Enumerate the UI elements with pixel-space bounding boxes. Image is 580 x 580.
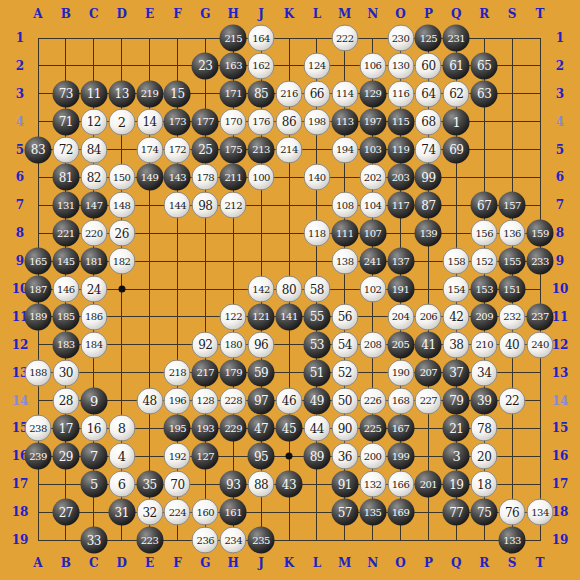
stone-G2[interactable]: 23 <box>192 52 219 79</box>
stone-H17[interactable]: 93 <box>220 471 247 498</box>
move-number: 174 <box>141 145 159 155</box>
stone-H13[interactable]: 179 <box>220 359 247 386</box>
stone-O11[interactable]: 204 <box>387 303 414 330</box>
stone-M13[interactable]: 52 <box>331 359 358 386</box>
stone-M12[interactable]: 54 <box>331 331 358 358</box>
stone-L4[interactable]: 198 <box>303 108 330 135</box>
move-number: 177 <box>197 117 215 127</box>
stone-P3[interactable]: 64 <box>415 80 442 107</box>
stone-P13[interactable]: 207 <box>415 359 442 386</box>
stone-O18[interactable]: 169 <box>387 499 414 526</box>
stone-H15[interactable]: 229 <box>220 415 247 442</box>
stone-S10[interactable]: 151 <box>499 276 526 303</box>
row-label-17-left: 17 <box>12 477 29 491</box>
stone-B14[interactable]: 28 <box>52 387 79 414</box>
row-label-9-left: 9 <box>16 254 24 268</box>
stone-A15[interactable]: 238 <box>25 415 52 442</box>
move-number: 184 <box>85 340 103 350</box>
col-label-P-bottom: P <box>424 556 433 570</box>
stone-C19[interactable]: 33 <box>80 527 107 554</box>
stone-D6[interactable]: 150 <box>108 164 135 191</box>
stone-A10[interactable]: 187 <box>25 276 52 303</box>
stone-D9[interactable]: 182 <box>108 248 135 275</box>
move-number: 151 <box>503 284 521 294</box>
stone-O17[interactable]: 166 <box>387 471 414 498</box>
stone-K14[interactable]: 46 <box>276 387 303 414</box>
stone-E6[interactable]: 149 <box>136 164 163 191</box>
col-label-M-top: M <box>338 7 351 21</box>
stone-O7[interactable]: 117 <box>387 192 414 219</box>
stone-B9[interactable]: 145 <box>52 248 79 275</box>
move-number: 166 <box>392 479 410 489</box>
stone-R7[interactable]: 67 <box>471 192 498 219</box>
stone-G15[interactable]: 193 <box>192 415 219 442</box>
stone-F15[interactable]: 195 <box>164 415 191 442</box>
stone-G14[interactable]: 128 <box>192 387 219 414</box>
stone-K10[interactable]: 80 <box>276 276 303 303</box>
stone-F17[interactable]: 70 <box>164 471 191 498</box>
stone-Q10[interactable]: 154 <box>443 276 470 303</box>
stone-E19[interactable]: 223 <box>136 527 163 554</box>
move-number: 15 <box>170 88 184 100</box>
stone-J16[interactable]: 95 <box>248 443 275 470</box>
stone-N9[interactable]: 241 <box>359 248 386 275</box>
stone-P7[interactable]: 87 <box>415 192 442 219</box>
stone-J15[interactable]: 47 <box>248 415 275 442</box>
stone-K11[interactable]: 141 <box>276 303 303 330</box>
stone-J19[interactable]: 235 <box>248 527 275 554</box>
stone-G18[interactable]: 160 <box>192 499 219 526</box>
move-number: 192 <box>169 451 187 461</box>
stone-H3[interactable]: 171 <box>220 80 247 107</box>
stone-D15[interactable]: 8 <box>108 415 135 442</box>
col-label-L-bottom: L <box>313 556 321 570</box>
stone-O9[interactable]: 137 <box>387 248 414 275</box>
stone-R18[interactable]: 75 <box>471 499 498 526</box>
move-number: 190 <box>392 368 410 378</box>
stone-J12[interactable]: 96 <box>248 331 275 358</box>
stone-B6[interactable]: 81 <box>52 164 79 191</box>
stone-T11[interactable]: 237 <box>527 303 554 330</box>
move-number: 8 <box>118 422 126 435</box>
move-number: 173 <box>169 117 187 127</box>
stone-Q17[interactable]: 19 <box>443 471 470 498</box>
stone-R10[interactable]: 153 <box>471 276 498 303</box>
stone-L12[interactable]: 53 <box>303 331 330 358</box>
stone-M7[interactable]: 108 <box>331 192 358 219</box>
move-number: 21 <box>449 422 463 434</box>
stone-Q2[interactable]: 61 <box>443 52 470 79</box>
move-number: 147 <box>85 200 103 210</box>
col-label-G-top: G <box>200 7 210 21</box>
move-number: 89 <box>310 450 324 462</box>
move-number: 159 <box>531 228 549 238</box>
stone-G16[interactable]: 127 <box>192 443 219 470</box>
stone-O5[interactable]: 119 <box>387 136 414 163</box>
stone-G5[interactable]: 25 <box>192 136 219 163</box>
stone-B7[interactable]: 131 <box>52 192 79 219</box>
move-number: 194 <box>336 145 354 155</box>
stone-C14[interactable]: 9 <box>80 387 107 414</box>
stone-N7[interactable]: 104 <box>359 192 386 219</box>
stone-R8[interactable]: 156 <box>471 220 498 247</box>
stone-J4[interactable]: 176 <box>248 108 275 135</box>
stone-R2[interactable]: 65 <box>471 52 498 79</box>
stone-P5[interactable]: 74 <box>415 136 442 163</box>
stone-R11[interactable]: 209 <box>471 303 498 330</box>
stone-A5[interactable]: 83 <box>25 136 52 163</box>
stone-G6[interactable]: 178 <box>192 164 219 191</box>
stone-E14[interactable]: 48 <box>136 387 163 414</box>
row-label-3-left: 3 <box>16 87 24 101</box>
stone-P11[interactable]: 206 <box>415 303 442 330</box>
stone-K5[interactable]: 214 <box>276 136 303 163</box>
stone-D4[interactable]: 2 <box>108 108 135 135</box>
col-label-N-top: N <box>367 7 378 21</box>
stone-O13[interactable]: 190 <box>387 359 414 386</box>
move-number: 165 <box>29 256 47 266</box>
stone-R14[interactable]: 39 <box>471 387 498 414</box>
stone-P2[interactable]: 60 <box>415 52 442 79</box>
stone-Q5[interactable]: 69 <box>443 136 470 163</box>
stone-O2[interactable]: 130 <box>387 52 414 79</box>
stone-A11[interactable]: 189 <box>25 303 52 330</box>
move-number: 49 <box>310 395 324 407</box>
stone-P8[interactable]: 139 <box>415 220 442 247</box>
move-number: 148 <box>113 200 131 210</box>
stone-C4[interactable]: 12 <box>80 108 107 135</box>
stone-S7[interactable]: 157 <box>499 192 526 219</box>
stone-D3[interactable]: 13 <box>108 80 135 107</box>
col-label-R-bottom: R <box>479 556 489 570</box>
stone-R9[interactable]: 152 <box>471 248 498 275</box>
stone-K3[interactable]: 216 <box>276 80 303 107</box>
stone-M17[interactable]: 91 <box>331 471 358 498</box>
stone-N17[interactable]: 132 <box>359 471 386 498</box>
stone-O10[interactable]: 191 <box>387 276 414 303</box>
stone-F16[interactable]: 192 <box>164 443 191 470</box>
row-label-9-right: 9 <box>556 254 564 268</box>
stone-O4[interactable]: 115 <box>387 108 414 135</box>
stone-Q11[interactable]: 42 <box>443 303 470 330</box>
stone-F13[interactable]: 218 <box>164 359 191 386</box>
stone-L3[interactable]: 66 <box>303 80 330 107</box>
col-label-A-bottom: A <box>33 556 42 570</box>
stone-M8[interactable]: 111 <box>331 220 358 247</box>
stone-C17[interactable]: 5 <box>80 471 107 498</box>
stone-L15[interactable]: 44 <box>303 415 330 442</box>
stone-B5[interactable]: 72 <box>52 136 79 163</box>
col-label-M-bottom: M <box>338 556 351 570</box>
stone-H18[interactable]: 161 <box>220 499 247 526</box>
stone-H19[interactable]: 234 <box>220 527 247 554</box>
stone-Q18[interactable]: 77 <box>443 499 470 526</box>
stone-Q4[interactable]: 1 <box>443 108 470 135</box>
stone-K4[interactable]: 86 <box>276 108 303 135</box>
stone-N2[interactable]: 106 <box>359 52 386 79</box>
stone-C6[interactable]: 82 <box>80 164 107 191</box>
stone-G19[interactable]: 236 <box>192 527 219 554</box>
stone-O16[interactable]: 199 <box>387 443 414 470</box>
move-number: 108 <box>336 200 354 210</box>
row-label-6-left: 6 <box>16 170 24 184</box>
stone-M1[interactable]: 222 <box>331 25 358 52</box>
stone-N6[interactable]: 202 <box>359 164 386 191</box>
stone-N4[interactable]: 197 <box>359 108 386 135</box>
stone-A9[interactable]: 165 <box>25 248 52 275</box>
move-number: 211 <box>224 172 242 182</box>
stone-P17[interactable]: 201 <box>415 471 442 498</box>
stone-P6[interactable]: 99 <box>415 164 442 191</box>
stone-K15[interactable]: 45 <box>276 415 303 442</box>
stone-F5[interactable]: 172 <box>164 136 191 163</box>
row-label-16-right: 16 <box>552 449 569 463</box>
stone-N15[interactable]: 225 <box>359 415 386 442</box>
move-number: 34 <box>477 367 491 379</box>
stone-N16[interactable]: 200 <box>359 443 386 470</box>
move-number: 63 <box>477 88 491 100</box>
move-number: 191 <box>392 284 410 294</box>
stone-C8[interactable]: 220 <box>80 220 107 247</box>
stone-G7[interactable]: 98 <box>192 192 219 219</box>
move-number: 163 <box>224 61 242 71</box>
stone-S19[interactable]: 133 <box>499 527 526 554</box>
stone-H4[interactable]: 170 <box>220 108 247 135</box>
stone-H6[interactable]: 211 <box>220 164 247 191</box>
stone-E3[interactable]: 219 <box>136 80 163 107</box>
stone-N5[interactable]: 103 <box>359 136 386 163</box>
stone-J5[interactable]: 213 <box>248 136 275 163</box>
stone-H14[interactable]: 228 <box>220 387 247 414</box>
col-label-G-bottom: G <box>200 556 210 570</box>
move-number: 23 <box>198 60 212 72</box>
stone-D18[interactable]: 31 <box>108 499 135 526</box>
stone-B4[interactable]: 71 <box>52 108 79 135</box>
move-number: 40 <box>505 339 519 351</box>
stone-F3[interactable]: 15 <box>164 80 191 107</box>
stone-S8[interactable]: 136 <box>499 220 526 247</box>
stone-D7[interactable]: 148 <box>108 192 135 219</box>
stone-E4[interactable]: 14 <box>136 108 163 135</box>
stone-S12[interactable]: 40 <box>499 331 526 358</box>
stone-J6[interactable]: 100 <box>248 164 275 191</box>
stone-J13[interactable]: 59 <box>248 359 275 386</box>
move-number: 128 <box>197 396 215 406</box>
stone-F14[interactable]: 196 <box>164 387 191 414</box>
stone-T18[interactable]: 134 <box>527 499 554 526</box>
stone-R16[interactable]: 20 <box>471 443 498 470</box>
stone-M18[interactable]: 57 <box>331 499 358 526</box>
stone-M5[interactable]: 194 <box>331 136 358 163</box>
stone-F7[interactable]: 144 <box>164 192 191 219</box>
stone-G13[interactable]: 217 <box>192 359 219 386</box>
stone-H1[interactable]: 215 <box>220 25 247 52</box>
go-board[interactable]: AABBCCDDEEFFGGHHJJKKLLMMNNOOPPQQRRSSTT11… <box>0 0 580 580</box>
stone-S14[interactable]: 22 <box>499 387 526 414</box>
row-label-11-right: 11 <box>552 310 569 324</box>
move-number: 231 <box>448 33 466 43</box>
stone-C11[interactable]: 186 <box>80 303 107 330</box>
stone-B3[interactable]: 73 <box>52 80 79 107</box>
stone-P12[interactable]: 41 <box>415 331 442 358</box>
stone-H12[interactable]: 180 <box>220 331 247 358</box>
stone-M9[interactable]: 138 <box>331 248 358 275</box>
stone-G4[interactable]: 177 <box>192 108 219 135</box>
stone-S18[interactable]: 76 <box>499 499 526 526</box>
stone-L2[interactable]: 124 <box>303 52 330 79</box>
stone-G12[interactable]: 92 <box>192 331 219 358</box>
stone-J1[interactable]: 164 <box>248 25 275 52</box>
stone-D17[interactable]: 6 <box>108 471 135 498</box>
stone-N3[interactable]: 129 <box>359 80 386 107</box>
stone-P14[interactable]: 227 <box>415 387 442 414</box>
stone-A13[interactable]: 188 <box>25 359 52 386</box>
stone-S11[interactable]: 232 <box>499 303 526 330</box>
move-number: 3 <box>452 450 460 463</box>
move-number: 215 <box>224 33 242 43</box>
move-number: 73 <box>59 88 73 100</box>
stone-L8[interactable]: 118 <box>303 220 330 247</box>
stone-N12[interactable]: 208 <box>359 331 386 358</box>
stone-E18[interactable]: 32 <box>136 499 163 526</box>
stone-T12[interactable]: 240 <box>527 331 554 358</box>
stone-Q1[interactable]: 231 <box>443 25 470 52</box>
stone-R15[interactable]: 78 <box>471 415 498 442</box>
stone-D16[interactable]: 4 <box>108 443 135 470</box>
move-number: 197 <box>364 117 382 127</box>
move-number: 95 <box>254 450 268 462</box>
stone-Q13[interactable]: 37 <box>443 359 470 386</box>
stone-F6[interactable]: 143 <box>164 164 191 191</box>
move-number: 113 <box>336 117 354 127</box>
col-label-O-bottom: O <box>395 556 405 570</box>
stone-T9[interactable]: 233 <box>527 248 554 275</box>
move-number: 91 <box>338 478 352 490</box>
move-number: 201 <box>420 479 438 489</box>
stone-K17[interactable]: 43 <box>276 471 303 498</box>
stone-H11[interactable]: 122 <box>220 303 247 330</box>
stone-M3[interactable]: 114 <box>331 80 358 107</box>
stone-M4[interactable]: 113 <box>331 108 358 135</box>
stone-T8[interactable]: 159 <box>527 220 554 247</box>
stone-L14[interactable]: 49 <box>303 387 330 414</box>
stone-B8[interactable]: 221 <box>52 220 79 247</box>
stone-H2[interactable]: 163 <box>220 52 247 79</box>
row-label-15-right: 15 <box>552 421 569 435</box>
stone-M14[interactable]: 50 <box>331 387 358 414</box>
stone-C3[interactable]: 11 <box>80 80 107 107</box>
stone-A16[interactable]: 239 <box>25 443 52 470</box>
stone-C9[interactable]: 181 <box>80 248 107 275</box>
stone-M11[interactable]: 56 <box>331 303 358 330</box>
stone-L16[interactable]: 89 <box>303 443 330 470</box>
move-number: 52 <box>338 367 352 379</box>
stone-R3[interactable]: 63 <box>471 80 498 107</box>
stone-M15[interactable]: 90 <box>331 415 358 442</box>
stone-E17[interactable]: 35 <box>136 471 163 498</box>
stone-J14[interactable]: 97 <box>248 387 275 414</box>
stone-R12[interactable]: 210 <box>471 331 498 358</box>
stone-J2[interactable]: 162 <box>248 52 275 79</box>
move-number: 234 <box>224 535 242 545</box>
stone-L13[interactable]: 51 <box>303 359 330 386</box>
stone-C5[interactable]: 84 <box>80 136 107 163</box>
stone-Q9[interactable]: 158 <box>443 248 470 275</box>
stone-B18[interactable]: 27 <box>52 499 79 526</box>
move-number: 162 <box>252 61 270 71</box>
stone-B16[interactable]: 29 <box>52 443 79 470</box>
stone-O12[interactable]: 205 <box>387 331 414 358</box>
stone-S9[interactable]: 155 <box>499 248 526 275</box>
stone-H7[interactable]: 212 <box>220 192 247 219</box>
stone-J3[interactable]: 85 <box>248 80 275 107</box>
stone-L10[interactable]: 58 <box>303 276 330 303</box>
stone-O6[interactable]: 203 <box>387 164 414 191</box>
stone-L6[interactable]: 140 <box>303 164 330 191</box>
stone-O14[interactable]: 168 <box>387 387 414 414</box>
stone-F18[interactable]: 224 <box>164 499 191 526</box>
stone-H5[interactable]: 175 <box>220 136 247 163</box>
stone-O3[interactable]: 116 <box>387 80 414 107</box>
stone-P1[interactable]: 125 <box>415 25 442 52</box>
stone-Q12[interactable]: 38 <box>443 331 470 358</box>
stone-D8[interactable]: 26 <box>108 220 135 247</box>
row-label-19-right: 19 <box>552 533 569 547</box>
move-number: 134 <box>531 507 549 517</box>
stone-B12[interactable]: 183 <box>52 331 79 358</box>
stone-B11[interactable]: 185 <box>52 303 79 330</box>
stone-F4[interactable]: 173 <box>164 108 191 135</box>
stone-O15[interactable]: 167 <box>387 415 414 442</box>
stone-J11[interactable]: 121 <box>248 303 275 330</box>
stone-L11[interactable]: 55 <box>303 303 330 330</box>
stone-E5[interactable]: 174 <box>136 136 163 163</box>
stone-C15[interactable]: 16 <box>80 415 107 442</box>
move-number: 64 <box>421 88 435 100</box>
stone-J10[interactable]: 142 <box>248 276 275 303</box>
move-number: 41 <box>421 339 435 351</box>
stone-Q15[interactable]: 21 <box>443 415 470 442</box>
stone-N8[interactable]: 107 <box>359 220 386 247</box>
stone-N14[interactable]: 226 <box>359 387 386 414</box>
stone-M16[interactable]: 36 <box>331 443 358 470</box>
stone-C10[interactable]: 24 <box>80 276 107 303</box>
stone-B15[interactable]: 17 <box>52 415 79 442</box>
stone-R17[interactable]: 18 <box>471 471 498 498</box>
stone-Q14[interactable]: 79 <box>443 387 470 414</box>
stone-R13[interactable]: 34 <box>471 359 498 386</box>
stone-O1[interactable]: 230 <box>387 25 414 52</box>
stone-N10[interactable]: 102 <box>359 276 386 303</box>
stone-J17[interactable]: 88 <box>248 471 275 498</box>
stone-Q3[interactable]: 62 <box>443 80 470 107</box>
stone-N18[interactable]: 135 <box>359 499 386 526</box>
stone-C16[interactable]: 7 <box>80 443 107 470</box>
stone-Q16[interactable]: 3 <box>443 443 470 470</box>
move-number: 207 <box>420 368 438 378</box>
move-number: 230 <box>392 33 410 43</box>
stone-B10[interactable]: 146 <box>52 276 79 303</box>
stone-C12[interactable]: 184 <box>80 331 107 358</box>
move-number: 38 <box>449 339 463 351</box>
move-number: 154 <box>448 284 466 294</box>
move-number: 84 <box>87 144 101 156</box>
stone-C7[interactable]: 147 <box>80 192 107 219</box>
move-number: 241 <box>364 256 382 266</box>
stone-P4[interactable]: 68 <box>415 108 442 135</box>
stone-B13[interactable]: 30 <box>52 359 79 386</box>
row-label-5-right: 5 <box>556 143 564 157</box>
